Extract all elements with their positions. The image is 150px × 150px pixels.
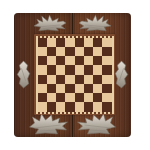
square-a4[interactable] (38, 75, 47, 84)
square-a1[interactable] (38, 102, 47, 111)
square-b4[interactable] (47, 75, 56, 84)
square-a7[interactable] (38, 47, 47, 56)
square-a5[interactable] (38, 65, 47, 74)
square-f1[interactable] (84, 102, 93, 111)
square-b1[interactable] (47, 102, 56, 111)
ornament-top-left (33, 14, 68, 33)
square-b5[interactable] (47, 65, 56, 74)
square-g5[interactable] (93, 65, 102, 74)
board-photo (14, 13, 131, 137)
square-c2[interactable] (56, 93, 65, 102)
square-g3[interactable] (93, 84, 102, 93)
square-h2[interactable] (102, 93, 111, 102)
ornament-bottom-left (27, 113, 70, 136)
square-b3[interactable] (47, 84, 56, 93)
square-c6[interactable] (56, 56, 65, 65)
square-d4[interactable] (65, 75, 74, 84)
square-d7[interactable] (65, 47, 74, 56)
square-a3[interactable] (38, 84, 47, 93)
square-g1[interactable] (93, 102, 102, 111)
square-c1[interactable] (56, 102, 65, 111)
square-g6[interactable] (93, 56, 102, 65)
ornament-bottom-right (75, 113, 118, 136)
square-f5[interactable] (84, 65, 93, 74)
square-f3[interactable] (84, 84, 93, 93)
square-d1[interactable] (65, 102, 74, 111)
square-a6[interactable] (38, 56, 47, 65)
square-g4[interactable] (93, 75, 102, 84)
square-b2[interactable] (47, 93, 56, 102)
square-a8[interactable] (38, 38, 47, 47)
square-a2[interactable] (38, 93, 47, 102)
ornament-mid-left (15, 60, 32, 89)
square-d6[interactable] (65, 56, 74, 65)
square-h5[interactable] (102, 65, 111, 74)
square-c7[interactable] (56, 47, 65, 56)
square-b6[interactable] (47, 56, 56, 65)
square-h8[interactable] (102, 38, 111, 47)
square-d2[interactable] (65, 93, 74, 102)
square-g7[interactable] (93, 47, 102, 56)
square-f6[interactable] (84, 56, 93, 65)
square-e5[interactable] (75, 65, 84, 74)
board-frame (34, 34, 115, 115)
square-h7[interactable] (102, 47, 111, 56)
chess-board[interactable] (38, 38, 112, 112)
square-c8[interactable] (56, 38, 65, 47)
mosaic-border (36, 36, 114, 114)
square-e6[interactable] (75, 56, 84, 65)
square-d3[interactable] (65, 84, 74, 93)
square-e2[interactable] (75, 93, 84, 102)
square-b7[interactable] (47, 47, 56, 56)
square-h6[interactable] (102, 56, 111, 65)
square-c3[interactable] (56, 84, 65, 93)
square-g8[interactable] (93, 38, 102, 47)
square-h4[interactable] (102, 75, 111, 84)
square-e7[interactable] (75, 47, 84, 56)
square-f8[interactable] (84, 38, 93, 47)
ornament-top-right (77, 14, 112, 33)
square-e1[interactable] (75, 102, 84, 111)
square-f2[interactable] (84, 93, 93, 102)
square-c4[interactable] (56, 75, 65, 84)
square-e3[interactable] (75, 84, 84, 93)
page: { "game": "chess", "position": "8/8/8/8/… (0, 0, 150, 150)
square-d5[interactable] (65, 65, 74, 74)
square-h3[interactable] (102, 84, 111, 93)
ornament-mid-right (113, 60, 130, 89)
square-b8[interactable] (47, 38, 56, 47)
square-d8[interactable] (65, 38, 74, 47)
square-f7[interactable] (84, 47, 93, 56)
square-e4[interactable] (75, 75, 84, 84)
square-g2[interactable] (93, 93, 102, 102)
square-c5[interactable] (56, 65, 65, 74)
square-h1[interactable] (102, 102, 111, 111)
square-f4[interactable] (84, 75, 93, 84)
square-e8[interactable] (75, 38, 84, 47)
